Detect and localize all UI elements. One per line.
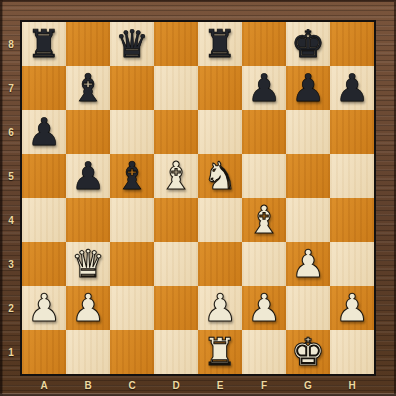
square-a2[interactable]: ♟ <box>22 286 66 330</box>
square-e3[interactable] <box>198 242 242 286</box>
square-g4[interactable] <box>286 198 330 242</box>
file-label-c: C <box>110 374 154 396</box>
file-label-d: D <box>154 374 198 396</box>
square-g5[interactable] <box>286 154 330 198</box>
square-g3[interactable]: ♟ <box>286 242 330 286</box>
chess-board-frame: 87654321 ABCDEFGH ♜♛♜♚♝♟♟♟♟♟♝♝♞♝♛♟♟♟♟♟♟♜… <box>0 0 396 396</box>
square-b6[interactable] <box>66 110 110 154</box>
square-e8[interactable]: ♜ <box>198 22 242 66</box>
square-f1[interactable] <box>242 330 286 374</box>
square-f7[interactable]: ♟ <box>242 66 286 110</box>
square-c5[interactable]: ♝ <box>110 154 154 198</box>
square-h7[interactable]: ♟ <box>330 66 374 110</box>
piece-white-knight[interactable]: ♞ <box>203 154 237 198</box>
square-d1[interactable] <box>154 330 198 374</box>
square-g2[interactable] <box>286 286 330 330</box>
square-h4[interactable] <box>330 198 374 242</box>
file-label-g: G <box>286 374 330 396</box>
piece-white-pawn[interactable]: ♟ <box>291 242 325 286</box>
piece-black-king[interactable]: ♚ <box>291 22 325 66</box>
piece-black-pawn[interactable]: ♟ <box>291 66 325 110</box>
piece-black-pawn[interactable]: ♟ <box>71 154 105 198</box>
file-labels: ABCDEFGH <box>22 374 374 396</box>
square-e6[interactable] <box>198 110 242 154</box>
square-b2[interactable]: ♟ <box>66 286 110 330</box>
square-a1[interactable] <box>22 330 66 374</box>
rank-labels: 87654321 <box>0 22 22 374</box>
square-e1[interactable]: ♜ <box>198 330 242 374</box>
square-h2[interactable]: ♟ <box>330 286 374 330</box>
square-c1[interactable] <box>110 330 154 374</box>
file-label-f: F <box>242 374 286 396</box>
file-label-b: B <box>66 374 110 396</box>
square-a8[interactable]: ♜ <box>22 22 66 66</box>
square-b5[interactable]: ♟ <box>66 154 110 198</box>
piece-white-king[interactable]: ♚ <box>291 330 325 374</box>
square-d4[interactable] <box>154 198 198 242</box>
rank-label-7: 7 <box>0 66 22 110</box>
square-f2[interactable]: ♟ <box>242 286 286 330</box>
piece-black-pawn[interactable]: ♟ <box>247 66 281 110</box>
square-g8[interactable]: ♚ <box>286 22 330 66</box>
square-g7[interactable]: ♟ <box>286 66 330 110</box>
square-f6[interactable] <box>242 110 286 154</box>
square-d8[interactable] <box>154 22 198 66</box>
piece-white-pawn[interactable]: ♟ <box>335 286 369 330</box>
piece-white-pawn[interactable]: ♟ <box>203 286 237 330</box>
chess-board: ♜♛♜♚♝♟♟♟♟♟♝♝♞♝♛♟♟♟♟♟♟♜♚ <box>22 22 374 374</box>
square-c2[interactable] <box>110 286 154 330</box>
file-label-a: A <box>22 374 66 396</box>
piece-white-queen[interactable]: ♛ <box>71 242 105 286</box>
square-h6[interactable] <box>330 110 374 154</box>
rank-label-6: 6 <box>0 110 22 154</box>
square-c3[interactable] <box>110 242 154 286</box>
square-b4[interactable] <box>66 198 110 242</box>
file-label-h: H <box>330 374 374 396</box>
piece-black-bishop[interactable]: ♝ <box>115 154 149 198</box>
square-d5[interactable]: ♝ <box>154 154 198 198</box>
piece-white-pawn[interactable]: ♟ <box>27 286 61 330</box>
square-d2[interactable] <box>154 286 198 330</box>
rank-label-4: 4 <box>0 198 22 242</box>
square-c4[interactable] <box>110 198 154 242</box>
square-e5[interactable]: ♞ <box>198 154 242 198</box>
square-d3[interactable] <box>154 242 198 286</box>
rank-label-1: 1 <box>0 330 22 374</box>
piece-white-pawn[interactable]: ♟ <box>71 286 105 330</box>
piece-white-bishop[interactable]: ♝ <box>247 198 281 242</box>
square-f8[interactable] <box>242 22 286 66</box>
square-b7[interactable]: ♝ <box>66 66 110 110</box>
square-f5[interactable] <box>242 154 286 198</box>
file-label-e: E <box>198 374 242 396</box>
square-h1[interactable] <box>330 330 374 374</box>
rank-label-2: 2 <box>0 286 22 330</box>
piece-black-pawn[interactable]: ♟ <box>335 66 369 110</box>
square-b1[interactable] <box>66 330 110 374</box>
square-g6[interactable] <box>286 110 330 154</box>
square-c8[interactable]: ♛ <box>110 22 154 66</box>
square-f4[interactable]: ♝ <box>242 198 286 242</box>
rank-label-8: 8 <box>0 22 22 66</box>
square-a4[interactable] <box>22 198 66 242</box>
square-a5[interactable] <box>22 154 66 198</box>
piece-white-pawn[interactable]: ♟ <box>247 286 281 330</box>
square-g1[interactable]: ♚ <box>286 330 330 374</box>
square-h5[interactable] <box>330 154 374 198</box>
square-h8[interactable] <box>330 22 374 66</box>
square-d7[interactable] <box>154 66 198 110</box>
piece-white-bishop[interactable]: ♝ <box>159 154 193 198</box>
square-d6[interactable] <box>154 110 198 154</box>
square-e2[interactable]: ♟ <box>198 286 242 330</box>
rank-label-3: 3 <box>0 242 22 286</box>
piece-black-bishop[interactable]: ♝ <box>71 66 105 110</box>
square-a3[interactable] <box>22 242 66 286</box>
square-a7[interactable] <box>22 66 66 110</box>
piece-black-queen[interactable]: ♛ <box>115 22 149 66</box>
square-c6[interactable] <box>110 110 154 154</box>
square-b3[interactable]: ♛ <box>66 242 110 286</box>
square-a6[interactable]: ♟ <box>22 110 66 154</box>
square-e4[interactable] <box>198 198 242 242</box>
square-e7[interactable] <box>198 66 242 110</box>
rank-label-5: 5 <box>0 154 22 198</box>
square-b8[interactable] <box>66 22 110 66</box>
square-h3[interactable] <box>330 242 374 286</box>
piece-white-rook[interactable]: ♜ <box>203 330 237 374</box>
piece-black-pawn[interactable]: ♟ <box>27 110 61 154</box>
square-f3[interactable] <box>242 242 286 286</box>
piece-black-rook[interactable]: ♜ <box>203 22 237 66</box>
square-c7[interactable] <box>110 66 154 110</box>
piece-black-rook[interactable]: ♜ <box>27 22 61 66</box>
